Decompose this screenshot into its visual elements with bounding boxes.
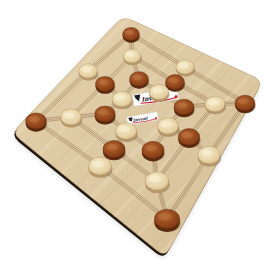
piece-f2-light[interactable] <box>145 172 170 193</box>
piece-c3-dark[interactable] <box>95 106 116 125</box>
piece-b2-light[interactable] <box>61 109 83 128</box>
piece-f6-light[interactable] <box>205 96 226 114</box>
piece-a1-dark[interactable] <box>26 113 48 132</box>
piece-e3-dark[interactable] <box>142 141 165 161</box>
piece-a4-light[interactable] <box>79 64 98 81</box>
piece-e5-dark[interactable] <box>174 99 195 117</box>
piece-g4-light[interactable] <box>198 146 221 166</box>
piece-g7-dark[interactable] <box>235 95 256 113</box>
piece-d3-light[interactable] <box>115 123 137 142</box>
piece-d2-dark[interactable] <box>103 140 126 160</box>
piece-c5-dark[interactable] <box>130 72 150 89</box>
piece-e4-light[interactable] <box>157 118 179 137</box>
piece-g1-dark[interactable] <box>154 209 180 232</box>
piece-f4-dark[interactable] <box>178 129 201 148</box>
morris-board-scene: InventInvent <box>0 0 280 280</box>
piece-d1-light[interactable] <box>89 157 113 178</box>
piece-c4-light[interactable] <box>112 91 133 109</box>
product-photo: InventInvent <box>0 0 280 280</box>
piece-d6-dark[interactable] <box>166 75 186 92</box>
piece-d5-light[interactable] <box>149 84 169 102</box>
piece-b4-dark[interactable] <box>95 77 115 94</box>
